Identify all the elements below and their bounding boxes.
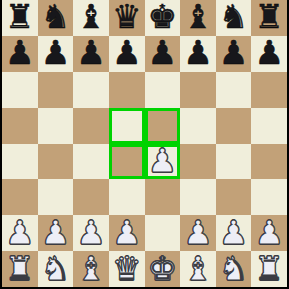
square-g8[interactable]: ♞ <box>216 0 252 36</box>
square-a1[interactable]: ♜ <box>2 251 38 287</box>
square-h8[interactable]: ♜ <box>251 0 287 36</box>
square-e2[interactable] <box>145 215 181 251</box>
square-h1[interactable]: ♜ <box>251 251 287 287</box>
square-f3[interactable] <box>180 179 216 215</box>
white-pawn[interactable]: ♟ <box>112 216 142 249</box>
square-d6[interactable] <box>109 72 145 108</box>
square-h5[interactable] <box>251 108 287 144</box>
black-pawn[interactable]: ♟ <box>76 36 106 69</box>
square-d1[interactable]: ♛ <box>109 251 145 287</box>
white-rook[interactable]: ♜ <box>5 252 35 285</box>
black-rook[interactable]: ♜ <box>254 0 284 33</box>
black-pawn[interactable]: ♟ <box>5 36 35 69</box>
black-king[interactable]: ♚ <box>148 0 178 33</box>
square-e1[interactable]: ♚ <box>145 251 181 287</box>
square-d2[interactable]: ♟ <box>109 215 145 251</box>
square-h6[interactable] <box>251 72 287 108</box>
square-c4[interactable] <box>73 144 109 180</box>
black-pawn[interactable]: ♟ <box>183 36 213 69</box>
square-b7[interactable]: ♟ <box>38 36 74 72</box>
square-c7[interactable]: ♟ <box>73 36 109 72</box>
square-f7[interactable]: ♟ <box>180 36 216 72</box>
square-e6[interactable] <box>145 72 181 108</box>
square-f6[interactable] <box>180 72 216 108</box>
square-b8[interactable]: ♞ <box>38 0 74 36</box>
white-bishop[interactable]: ♝ <box>76 252 106 285</box>
black-pawn[interactable]: ♟ <box>148 36 178 69</box>
square-b1[interactable]: ♞ <box>38 251 74 287</box>
square-a5[interactable] <box>2 108 38 144</box>
black-knight[interactable]: ♞ <box>41 0 71 33</box>
square-a6[interactable] <box>2 72 38 108</box>
white-pawn[interactable]: ♟ <box>41 216 71 249</box>
square-a2[interactable]: ♟ <box>2 215 38 251</box>
white-pawn[interactable]: ♟ <box>148 144 178 177</box>
square-e5[interactable] <box>145 108 181 144</box>
square-d5[interactable] <box>109 108 145 144</box>
square-b2[interactable]: ♟ <box>38 215 74 251</box>
square-b4[interactable] <box>38 144 74 180</box>
white-pawn[interactable]: ♟ <box>76 216 106 249</box>
white-pawn[interactable]: ♟ <box>254 216 284 249</box>
square-d8[interactable]: ♛ <box>109 0 145 36</box>
square-h3[interactable] <box>251 179 287 215</box>
square-g5[interactable] <box>216 108 252 144</box>
square-d4[interactable] <box>109 144 145 180</box>
black-bishop[interactable]: ♝ <box>76 0 106 33</box>
white-king[interactable]: ♚ <box>148 252 178 285</box>
square-f1[interactable]: ♝ <box>180 251 216 287</box>
square-c1[interactable]: ♝ <box>73 251 109 287</box>
square-e8[interactable]: ♚ <box>145 0 181 36</box>
square-d7[interactable]: ♟ <box>109 36 145 72</box>
black-knight[interactable]: ♞ <box>219 0 249 33</box>
white-pawn[interactable]: ♟ <box>5 216 35 249</box>
square-a3[interactable] <box>2 179 38 215</box>
white-knight[interactable]: ♞ <box>219 252 249 285</box>
square-c8[interactable]: ♝ <box>73 0 109 36</box>
white-pawn[interactable]: ♟ <box>219 216 249 249</box>
black-pawn[interactable]: ♟ <box>219 36 249 69</box>
square-g3[interactable] <box>216 179 252 215</box>
white-bishop[interactable]: ♝ <box>183 252 213 285</box>
white-rook[interactable]: ♜ <box>254 252 284 285</box>
square-c3[interactable] <box>73 179 109 215</box>
square-b5[interactable] <box>38 108 74 144</box>
black-bishop[interactable]: ♝ <box>183 0 213 33</box>
black-pawn[interactable]: ♟ <box>112 36 142 69</box>
square-g2[interactable]: ♟ <box>216 215 252 251</box>
white-pawn[interactable]: ♟ <box>183 216 213 249</box>
square-e7[interactable]: ♟ <box>145 36 181 72</box>
square-h7[interactable]: ♟ <box>251 36 287 72</box>
square-a8[interactable]: ♜ <box>2 0 38 36</box>
square-g6[interactable] <box>216 72 252 108</box>
square-b6[interactable] <box>38 72 74 108</box>
black-queen[interactable]: ♛ <box>112 0 142 33</box>
square-f4[interactable] <box>180 144 216 180</box>
square-g7[interactable]: ♟ <box>216 36 252 72</box>
square-b3[interactable] <box>38 179 74 215</box>
square-a7[interactable]: ♟ <box>2 36 38 72</box>
black-pawn[interactable]: ♟ <box>254 36 284 69</box>
square-f2[interactable]: ♟ <box>180 215 216 251</box>
square-c5[interactable] <box>73 108 109 144</box>
square-c2[interactable]: ♟ <box>73 215 109 251</box>
square-e3[interactable] <box>145 179 181 215</box>
white-queen[interactable]: ♛ <box>112 252 142 285</box>
square-g1[interactable]: ♞ <box>216 251 252 287</box>
square-f8[interactable]: ♝ <box>180 0 216 36</box>
square-c6[interactable] <box>73 72 109 108</box>
white-knight[interactable]: ♞ <box>41 252 71 285</box>
square-d3[interactable] <box>109 179 145 215</box>
square-e4[interactable]: ♟ <box>145 144 181 180</box>
square-h4[interactable] <box>251 144 287 180</box>
chess-board: ♜♞♝♛♚♝♞♜♟♟♟♟♟♟♟♟♟♟♟♟♟♟♟♟♜♞♝♛♚♝♞♜ <box>0 0 289 289</box>
black-pawn[interactable]: ♟ <box>41 36 71 69</box>
black-rook[interactable]: ♜ <box>5 0 35 33</box>
chess-board-container: ♜♞♝♛♚♝♞♜♟♟♟♟♟♟♟♟♟♟♟♟♟♟♟♟♜♞♝♛♚♝♞♜ <box>0 0 289 289</box>
square-h2[interactable]: ♟ <box>251 215 287 251</box>
square-g4[interactable] <box>216 144 252 180</box>
square-f5[interactable] <box>180 108 216 144</box>
square-a4[interactable] <box>2 144 38 180</box>
